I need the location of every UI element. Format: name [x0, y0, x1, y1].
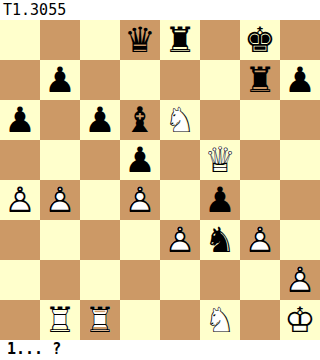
- square-e5[interactable]: [160, 140, 200, 180]
- square-d2[interactable]: [120, 260, 160, 300]
- square-b5[interactable]: [40, 140, 80, 180]
- white-piece-outline: ♘: [160, 100, 200, 140]
- black-rook-piece[interactable]: ♜: [240, 60, 280, 100]
- square-a5[interactable]: [0, 140, 40, 180]
- square-e3[interactable]: ♟♙: [160, 220, 200, 260]
- white-piece-outline: ♖: [40, 300, 80, 340]
- square-b2[interactable]: [40, 260, 80, 300]
- square-f1[interactable]: ♞♘: [200, 300, 240, 340]
- square-c6[interactable]: ♟: [80, 100, 120, 140]
- square-d4[interactable]: ♟♙: [120, 180, 160, 220]
- square-g5[interactable]: [240, 140, 280, 180]
- square-a2[interactable]: [0, 260, 40, 300]
- square-d8[interactable]: ♛: [120, 20, 160, 60]
- square-g8[interactable]: ♚: [240, 20, 280, 60]
- square-b7[interactable]: ♟: [40, 60, 80, 100]
- square-f7[interactable]: [200, 60, 240, 100]
- black-pawn-piece[interactable]: ♟: [120, 140, 160, 180]
- black-queen-piece[interactable]: ♛: [120, 20, 160, 60]
- black-pawn-piece[interactable]: ♟: [80, 100, 120, 140]
- square-a3[interactable]: [0, 220, 40, 260]
- square-c4[interactable]: [80, 180, 120, 220]
- square-h3[interactable]: [280, 220, 320, 260]
- square-h2[interactable]: ♟♙: [280, 260, 320, 300]
- square-c2[interactable]: [80, 260, 120, 300]
- black-king-piece[interactable]: ♚: [240, 20, 280, 60]
- square-e1[interactable]: [160, 300, 200, 340]
- white-piece-outline: ♖: [80, 300, 120, 340]
- square-g3[interactable]: ♟♙: [240, 220, 280, 260]
- square-c7[interactable]: [80, 60, 120, 100]
- white-pawn-piece[interactable]: ♟♙: [120, 180, 160, 220]
- square-h7[interactable]: ♟: [280, 60, 320, 100]
- white-piece-outline: ♙: [240, 220, 280, 260]
- square-g1[interactable]: [240, 300, 280, 340]
- square-f6[interactable]: [200, 100, 240, 140]
- square-e2[interactable]: [160, 260, 200, 300]
- square-b6[interactable]: [40, 100, 80, 140]
- square-f2[interactable]: [200, 260, 240, 300]
- white-rook-piece[interactable]: ♜♖: [80, 300, 120, 340]
- move-prompt: 1... ?: [0, 340, 320, 360]
- white-knight-piece[interactable]: ♞♘: [200, 300, 240, 340]
- puzzle-title: T1.3055: [0, 0, 320, 20]
- square-b1[interactable]: ♜♖: [40, 300, 80, 340]
- square-c1[interactable]: ♜♖: [80, 300, 120, 340]
- square-f8[interactable]: [200, 20, 240, 60]
- square-g6[interactable]: [240, 100, 280, 140]
- black-pawn-piece[interactable]: ♟: [40, 60, 80, 100]
- square-h4[interactable]: [280, 180, 320, 220]
- square-a6[interactable]: ♟: [0, 100, 40, 140]
- square-h1[interactable]: ♚♔: [280, 300, 320, 340]
- white-piece-outline: ♔: [280, 300, 320, 340]
- square-d3[interactable]: [120, 220, 160, 260]
- square-g7[interactable]: ♜: [240, 60, 280, 100]
- black-pawn-piece[interactable]: ♟: [0, 100, 40, 140]
- black-pawn-piece[interactable]: ♟: [280, 60, 320, 100]
- white-piece-outline: ♙: [280, 260, 320, 300]
- white-pawn-piece[interactable]: ♟♙: [40, 180, 80, 220]
- chess-puzzle-page: T1.3055 ♛♜♚♟♜♟♟♟♝♞♘♟♛♕♟♙♟♙♟♙♟♟♙♞♟♙♟♙♜♖♜♖…: [0, 0, 320, 360]
- white-piece-outline: ♙: [40, 180, 80, 220]
- white-piece-outline: ♙: [160, 220, 200, 260]
- white-king-piece[interactable]: ♚♔: [280, 300, 320, 340]
- square-d1[interactable]: [120, 300, 160, 340]
- white-rook-piece[interactable]: ♜♖: [40, 300, 80, 340]
- square-g4[interactable]: [240, 180, 280, 220]
- chess-board[interactable]: ♛♜♚♟♜♟♟♟♝♞♘♟♛♕♟♙♟♙♟♙♟♟♙♞♟♙♟♙♜♖♜♖♞♘♚♔: [0, 20, 320, 340]
- black-knight-piece[interactable]: ♞: [200, 220, 240, 260]
- square-b3[interactable]: [40, 220, 80, 260]
- white-pawn-piece[interactable]: ♟♙: [280, 260, 320, 300]
- square-a7[interactable]: [0, 60, 40, 100]
- white-queen-piece[interactable]: ♛♕: [200, 140, 240, 180]
- white-piece-outline: ♙: [120, 180, 160, 220]
- square-a1[interactable]: [0, 300, 40, 340]
- square-h5[interactable]: [280, 140, 320, 180]
- square-b4[interactable]: ♟♙: [40, 180, 80, 220]
- square-f3[interactable]: ♞: [200, 220, 240, 260]
- square-e4[interactable]: [160, 180, 200, 220]
- square-b8[interactable]: [40, 20, 80, 60]
- square-d5[interactable]: ♟: [120, 140, 160, 180]
- square-h8[interactable]: [280, 20, 320, 60]
- square-f4[interactable]: ♟: [200, 180, 240, 220]
- white-piece-outline: ♘: [200, 300, 240, 340]
- square-c5[interactable]: [80, 140, 120, 180]
- square-c8[interactable]: [80, 20, 120, 60]
- square-d7[interactable]: [120, 60, 160, 100]
- white-pawn-piece[interactable]: ♟♙: [0, 180, 40, 220]
- square-e7[interactable]: [160, 60, 200, 100]
- black-pawn-piece[interactable]: ♟: [200, 180, 240, 220]
- square-d6[interactable]: ♝: [120, 100, 160, 140]
- square-c3[interactable]: [80, 220, 120, 260]
- white-pawn-piece[interactable]: ♟♙: [160, 220, 200, 260]
- square-f5[interactable]: ♛♕: [200, 140, 240, 180]
- square-a8[interactable]: [0, 20, 40, 60]
- square-a4[interactable]: ♟♙: [0, 180, 40, 220]
- white-knight-piece[interactable]: ♞♘: [160, 100, 200, 140]
- white-piece-outline: ♕: [200, 140, 240, 180]
- square-e8[interactable]: ♜: [160, 20, 200, 60]
- square-e6[interactable]: ♞♘: [160, 100, 200, 140]
- black-bishop-piece[interactable]: ♝: [120, 100, 160, 140]
- white-piece-outline: ♙: [0, 180, 40, 220]
- square-h6[interactable]: [280, 100, 320, 140]
- black-rook-piece[interactable]: ♜: [160, 20, 200, 60]
- white-pawn-piece[interactable]: ♟♙: [240, 220, 280, 260]
- square-g2[interactable]: [240, 260, 280, 300]
